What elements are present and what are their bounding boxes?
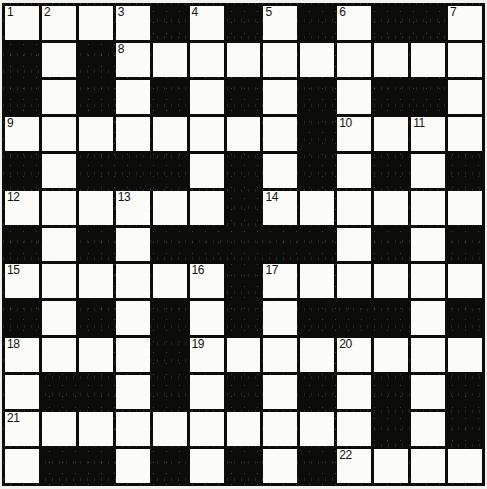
black-cell bbox=[300, 117, 334, 151]
white-cell[interactable] bbox=[448, 43, 482, 77]
clue-number: 5 bbox=[265, 6, 271, 19]
white-cell[interactable] bbox=[411, 412, 445, 446]
black-cell bbox=[79, 80, 113, 114]
white-cell[interactable] bbox=[374, 117, 408, 151]
white-cell[interactable] bbox=[337, 228, 371, 262]
white-cell[interactable] bbox=[116, 375, 150, 409]
white-cell[interactable]: 20 bbox=[337, 338, 371, 372]
clue-number: 22 bbox=[339, 449, 351, 462]
black-cell bbox=[153, 228, 187, 262]
white-cell[interactable] bbox=[227, 412, 261, 446]
white-cell[interactable] bbox=[448, 80, 482, 114]
white-cell[interactable]: 10 bbox=[337, 117, 371, 151]
white-cell[interactable]: 22 bbox=[337, 449, 371, 483]
clue-number: 21 bbox=[7, 412, 19, 425]
black-cell bbox=[79, 449, 113, 483]
black-cell bbox=[79, 375, 113, 409]
clue-number: 17 bbox=[265, 264, 277, 277]
white-cell[interactable] bbox=[42, 43, 76, 77]
white-cell[interactable]: 14 bbox=[263, 191, 297, 225]
white-cell[interactable] bbox=[153, 191, 187, 225]
white-cell[interactable] bbox=[263, 375, 297, 409]
white-cell[interactable] bbox=[79, 191, 113, 225]
black-cell bbox=[300, 375, 334, 409]
clue-number: 18 bbox=[7, 338, 19, 351]
white-cell[interactable] bbox=[337, 154, 371, 188]
black-cell bbox=[227, 228, 261, 262]
clue-number: 3 bbox=[118, 6, 124, 19]
white-cell[interactable] bbox=[190, 117, 224, 151]
white-cell[interactable] bbox=[190, 43, 224, 77]
black-cell bbox=[190, 228, 224, 262]
black-cell bbox=[411, 6, 445, 40]
white-cell[interactable] bbox=[190, 154, 224, 188]
black-cell bbox=[337, 301, 371, 335]
white-cell[interactable]: 3 bbox=[116, 6, 150, 40]
white-cell[interactable] bbox=[448, 338, 482, 372]
white-cell[interactable] bbox=[411, 338, 445, 372]
white-cell[interactable] bbox=[263, 117, 297, 151]
white-cell[interactable]: 4 bbox=[190, 6, 224, 40]
black-cell bbox=[79, 43, 113, 77]
clue-number: 14 bbox=[265, 191, 277, 204]
white-cell[interactable]: 15 bbox=[5, 264, 39, 298]
black-cell bbox=[153, 6, 187, 40]
black-cell bbox=[79, 301, 113, 335]
white-cell[interactable] bbox=[411, 264, 445, 298]
white-cell[interactable] bbox=[411, 301, 445, 335]
black-cell bbox=[79, 228, 113, 262]
black-cell bbox=[300, 154, 334, 188]
white-cell[interactable] bbox=[42, 338, 76, 372]
white-cell[interactable] bbox=[116, 301, 150, 335]
white-cell[interactable] bbox=[153, 412, 187, 446]
black-cell bbox=[227, 449, 261, 483]
white-cell[interactable] bbox=[116, 264, 150, 298]
black-cell bbox=[300, 301, 334, 335]
white-cell[interactable] bbox=[411, 191, 445, 225]
clue-number: 12 bbox=[7, 191, 19, 204]
white-cell[interactable] bbox=[190, 301, 224, 335]
white-cell[interactable] bbox=[263, 338, 297, 372]
white-cell[interactable]: 11 bbox=[411, 117, 445, 151]
white-cell[interactable]: 6 bbox=[337, 6, 371, 40]
black-cell bbox=[5, 154, 39, 188]
white-cell[interactable] bbox=[448, 264, 482, 298]
black-cell bbox=[448, 228, 482, 262]
white-cell[interactable] bbox=[448, 117, 482, 151]
white-cell[interactable]: 5 bbox=[263, 6, 297, 40]
black-cell bbox=[153, 154, 187, 188]
white-cell[interactable] bbox=[79, 338, 113, 372]
black-cell bbox=[300, 449, 334, 483]
black-cell bbox=[227, 301, 261, 335]
clue-number: 9 bbox=[7, 117, 13, 130]
black-cell bbox=[79, 154, 113, 188]
clue-number: 19 bbox=[192, 338, 204, 351]
white-cell[interactable] bbox=[227, 338, 261, 372]
white-cell[interactable] bbox=[337, 191, 371, 225]
white-cell[interactable] bbox=[374, 264, 408, 298]
white-cell[interactable] bbox=[337, 412, 371, 446]
white-cell[interactable]: 12 bbox=[5, 191, 39, 225]
white-cell[interactable] bbox=[227, 43, 261, 77]
white-cell[interactable] bbox=[263, 301, 297, 335]
white-cell[interactable] bbox=[42, 117, 76, 151]
white-cell[interactable] bbox=[374, 338, 408, 372]
black-cell bbox=[300, 6, 334, 40]
black-cell bbox=[42, 449, 76, 483]
white-cell[interactable] bbox=[300, 264, 334, 298]
white-cell[interactable] bbox=[300, 338, 334, 372]
clue-number: 13 bbox=[118, 191, 130, 204]
black-cell bbox=[5, 301, 39, 335]
black-cell bbox=[374, 228, 408, 262]
white-cell[interactable] bbox=[190, 80, 224, 114]
white-cell[interactable] bbox=[190, 191, 224, 225]
white-cell[interactable]: 17 bbox=[263, 264, 297, 298]
black-cell bbox=[153, 80, 187, 114]
black-cell bbox=[374, 80, 408, 114]
white-cell[interactable] bbox=[374, 43, 408, 77]
white-cell[interactable] bbox=[153, 264, 187, 298]
white-cell[interactable]: 8 bbox=[116, 43, 150, 77]
clue-number: 2 bbox=[44, 6, 50, 19]
white-cell[interactable] bbox=[116, 228, 150, 262]
white-cell[interactable] bbox=[411, 375, 445, 409]
black-cell bbox=[374, 375, 408, 409]
white-cell[interactable]: 19 bbox=[190, 338, 224, 372]
white-cell[interactable] bbox=[79, 412, 113, 446]
clue-number: 6 bbox=[339, 6, 345, 19]
white-cell[interactable] bbox=[190, 375, 224, 409]
black-cell bbox=[5, 228, 39, 262]
clue-number: 7 bbox=[450, 6, 456, 19]
black-cell bbox=[227, 264, 261, 298]
black-cell bbox=[227, 154, 261, 188]
black-cell bbox=[5, 43, 39, 77]
white-cell[interactable] bbox=[153, 43, 187, 77]
black-cell bbox=[300, 228, 334, 262]
black-cell bbox=[42, 375, 76, 409]
clue-number: 16 bbox=[192, 264, 204, 277]
black-cell bbox=[411, 80, 445, 114]
white-cell[interactable] bbox=[42, 154, 76, 188]
crossword-board: 12345678910111213141516171819202122 bbox=[2, 3, 485, 486]
white-cell[interactable] bbox=[190, 412, 224, 446]
white-cell[interactable] bbox=[411, 449, 445, 483]
white-cell[interactable] bbox=[116, 449, 150, 483]
black-cell bbox=[374, 301, 408, 335]
white-cell[interactable] bbox=[263, 80, 297, 114]
white-cell[interactable] bbox=[300, 412, 334, 446]
white-cell[interactable]: 2 bbox=[42, 6, 76, 40]
white-cell[interactable] bbox=[42, 301, 76, 335]
white-cell[interactable]: 1 bbox=[5, 6, 39, 40]
white-cell[interactable] bbox=[263, 412, 297, 446]
white-cell[interactable] bbox=[42, 191, 76, 225]
black-cell bbox=[153, 301, 187, 335]
white-cell[interactable] bbox=[5, 449, 39, 483]
white-cell[interactable] bbox=[337, 43, 371, 77]
white-cell[interactable] bbox=[448, 449, 482, 483]
clue-number: 10 bbox=[339, 117, 351, 130]
white-cell[interactable] bbox=[374, 191, 408, 225]
clue-number: 11 bbox=[413, 117, 424, 130]
white-cell[interactable] bbox=[5, 375, 39, 409]
white-cell[interactable]: 7 bbox=[448, 6, 482, 40]
black-cell bbox=[448, 412, 482, 446]
white-cell[interactable] bbox=[116, 338, 150, 372]
white-cell[interactable] bbox=[337, 375, 371, 409]
black-cell bbox=[5, 80, 39, 114]
black-cell bbox=[227, 191, 261, 225]
white-cell[interactable] bbox=[337, 264, 371, 298]
white-cell[interactable] bbox=[374, 449, 408, 483]
white-cell[interactable] bbox=[411, 154, 445, 188]
white-cell[interactable] bbox=[411, 43, 445, 77]
black-cell bbox=[448, 154, 482, 188]
white-cell[interactable] bbox=[411, 228, 445, 262]
white-cell[interactable] bbox=[448, 191, 482, 225]
white-cell[interactable] bbox=[116, 80, 150, 114]
white-cell[interactable] bbox=[42, 264, 76, 298]
black-cell bbox=[448, 375, 482, 409]
white-cell[interactable]: 13 bbox=[116, 191, 150, 225]
white-cell[interactable]: 9 bbox=[5, 117, 39, 151]
black-cell bbox=[227, 6, 261, 40]
white-cell[interactable]: 18 bbox=[5, 338, 39, 372]
black-cell bbox=[153, 338, 187, 372]
black-cell bbox=[153, 449, 187, 483]
white-cell[interactable] bbox=[42, 228, 76, 262]
clue-number: 20 bbox=[339, 338, 351, 351]
white-cell[interactable] bbox=[116, 117, 150, 151]
white-cell[interactable] bbox=[300, 43, 334, 77]
white-cell[interactable] bbox=[42, 412, 76, 446]
white-cell[interactable] bbox=[79, 264, 113, 298]
white-cell[interactable] bbox=[79, 117, 113, 151]
white-cell[interactable] bbox=[153, 117, 187, 151]
black-cell bbox=[153, 375, 187, 409]
white-cell[interactable] bbox=[116, 412, 150, 446]
clue-number: 15 bbox=[7, 264, 19, 277]
black-cell bbox=[116, 154, 150, 188]
black-cell bbox=[227, 375, 261, 409]
white-cell[interactable] bbox=[42, 80, 76, 114]
black-cell bbox=[374, 6, 408, 40]
black-cell bbox=[300, 80, 334, 114]
white-cell[interactable] bbox=[227, 117, 261, 151]
black-cell bbox=[448, 301, 482, 335]
black-cell bbox=[374, 154, 408, 188]
white-cell[interactable] bbox=[190, 449, 224, 483]
clue-number: 1 bbox=[7, 6, 13, 19]
white-cell[interactable] bbox=[337, 80, 371, 114]
white-cell[interactable] bbox=[263, 154, 297, 188]
white-cell[interactable]: 21 bbox=[5, 412, 39, 446]
white-cell[interactable]: 16 bbox=[190, 264, 224, 298]
black-cell bbox=[227, 80, 261, 114]
black-cell bbox=[263, 228, 297, 262]
white-cell[interactable] bbox=[300, 191, 334, 225]
white-cell[interactable] bbox=[263, 449, 297, 483]
clue-number: 8 bbox=[118, 43, 124, 56]
black-cell bbox=[374, 412, 408, 446]
clue-number: 4 bbox=[192, 6, 198, 19]
white-cell[interactable] bbox=[79, 6, 113, 40]
white-cell[interactable] bbox=[263, 43, 297, 77]
